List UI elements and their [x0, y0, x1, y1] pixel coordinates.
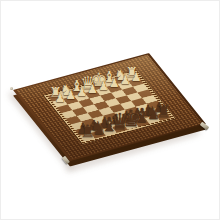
chess-board — [13, 53, 206, 161]
chess-set-photo: ♜♞♝♛♚♝♞♜♟♟♟♟♟♟♟♟♟♟♟♟♟♟♟♟♜♞♝♛♚♝♞♜ — [0, 0, 220, 220]
hinge-pin-icon — [10, 87, 13, 90]
